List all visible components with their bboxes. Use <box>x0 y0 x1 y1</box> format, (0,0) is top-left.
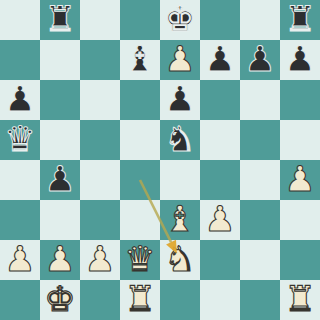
piece-white-pawn-h4[interactable]: ♟ <box>284 159 315 199</box>
piece-black-rook-b8[interactable]: ♜ <box>44 0 75 39</box>
piece-black-pawn-g7[interactable]: ♟ <box>244 39 275 79</box>
piece-white-king-b1[interactable]: ♚ <box>44 279 75 319</box>
square-g2[interactable] <box>240 240 280 280</box>
square-c1[interactable] <box>80 280 120 320</box>
square-e1[interactable] <box>160 280 200 320</box>
piece-black-pawn-f7[interactable]: ♟ <box>204 39 235 79</box>
square-h6[interactable] <box>280 80 320 120</box>
square-a2[interactable]: ♟ <box>0 240 40 280</box>
square-e4[interactable] <box>160 160 200 200</box>
square-e8[interactable]: ♚ <box>160 0 200 40</box>
square-b7[interactable] <box>40 40 80 80</box>
square-a8[interactable] <box>0 0 40 40</box>
square-g6[interactable] <box>240 80 280 120</box>
square-d8[interactable] <box>120 0 160 40</box>
piece-black-rook-h8[interactable]: ♜ <box>284 0 315 39</box>
square-d7[interactable]: ♝ <box>120 40 160 80</box>
square-d6[interactable] <box>120 80 160 120</box>
piece-black-pawn-b4[interactable]: ♟ <box>44 159 75 199</box>
square-b3[interactable] <box>40 200 80 240</box>
piece-black-pawn-h7[interactable]: ♟ <box>284 39 315 79</box>
square-a7[interactable] <box>0 40 40 80</box>
square-b6[interactable] <box>40 80 80 120</box>
square-g3[interactable] <box>240 200 280 240</box>
square-c2[interactable]: ♟ <box>80 240 120 280</box>
piece-black-queen-a5[interactable]: ♛ <box>4 119 35 159</box>
piece-white-rook-d1[interactable]: ♜ <box>124 279 155 319</box>
piece-white-pawn-c2[interactable]: ♟ <box>84 239 115 279</box>
piece-white-pawn-a2[interactable]: ♟ <box>4 239 35 279</box>
square-d5[interactable] <box>120 120 160 160</box>
square-f3[interactable]: ♟ <box>200 200 240 240</box>
piece-white-pawn-b2[interactable]: ♟ <box>44 239 75 279</box>
piece-white-bishop-e3[interactable]: ♝ <box>164 199 195 239</box>
square-f4[interactable] <box>200 160 240 200</box>
square-g7[interactable]: ♟ <box>240 40 280 80</box>
square-a4[interactable] <box>0 160 40 200</box>
square-b5[interactable] <box>40 120 80 160</box>
square-f6[interactable] <box>200 80 240 120</box>
square-a5[interactable]: ♛ <box>0 120 40 160</box>
square-c7[interactable] <box>80 40 120 80</box>
square-f7[interactable]: ♟ <box>200 40 240 80</box>
square-h2[interactable] <box>280 240 320 280</box>
square-h3[interactable] <box>280 200 320 240</box>
square-b8[interactable]: ♜ <box>40 0 80 40</box>
chess-board: ♜♚♜♝♟♟♟♟♟♟♛♞♟♟♝♟♟♟♟♛♞♚♜♜ <box>0 0 320 320</box>
square-c3[interactable] <box>80 200 120 240</box>
square-b4[interactable]: ♟ <box>40 160 80 200</box>
piece-black-king-e8[interactable]: ♚ <box>164 0 195 39</box>
square-e7[interactable]: ♟ <box>160 40 200 80</box>
square-d3[interactable] <box>120 200 160 240</box>
square-e2[interactable]: ♞ <box>160 240 200 280</box>
square-e3[interactable]: ♝ <box>160 200 200 240</box>
square-a3[interactable] <box>0 200 40 240</box>
square-d1[interactable]: ♜ <box>120 280 160 320</box>
square-f8[interactable] <box>200 0 240 40</box>
square-c6[interactable] <box>80 80 120 120</box>
square-a1[interactable] <box>0 280 40 320</box>
piece-white-rook-h1[interactable]: ♜ <box>284 279 315 319</box>
square-g4[interactable] <box>240 160 280 200</box>
square-g5[interactable] <box>240 120 280 160</box>
square-b2[interactable]: ♟ <box>40 240 80 280</box>
square-f2[interactable] <box>200 240 240 280</box>
piece-white-pawn-f3[interactable]: ♟ <box>204 199 235 239</box>
square-e6[interactable]: ♟ <box>160 80 200 120</box>
square-f1[interactable] <box>200 280 240 320</box>
square-a6[interactable]: ♟ <box>0 80 40 120</box>
square-d4[interactable] <box>120 160 160 200</box>
piece-black-knight-e5[interactable]: ♞ <box>164 119 195 159</box>
piece-white-queen-d2[interactable]: ♛ <box>124 239 155 279</box>
piece-black-pawn-a6[interactable]: ♟ <box>4 79 35 119</box>
square-b1[interactable]: ♚ <box>40 280 80 320</box>
piece-white-knight-e2[interactable]: ♞ <box>164 239 195 279</box>
piece-black-pawn-e6[interactable]: ♟ <box>164 79 195 119</box>
square-c8[interactable] <box>80 0 120 40</box>
square-h8[interactable]: ♜ <box>280 0 320 40</box>
square-e5[interactable]: ♞ <box>160 120 200 160</box>
square-f5[interactable] <box>200 120 240 160</box>
square-h4[interactable]: ♟ <box>280 160 320 200</box>
piece-black-bishop-d7[interactable]: ♝ <box>124 39 155 79</box>
square-h1[interactable]: ♜ <box>280 280 320 320</box>
square-d2[interactable]: ♛ <box>120 240 160 280</box>
square-g1[interactable] <box>240 280 280 320</box>
square-c5[interactable] <box>80 120 120 160</box>
piece-white-pawn-e7[interactable]: ♟ <box>164 39 195 79</box>
square-h7[interactable]: ♟ <box>280 40 320 80</box>
square-h5[interactable] <box>280 120 320 160</box>
square-g8[interactable] <box>240 0 280 40</box>
square-c4[interactable] <box>80 160 120 200</box>
